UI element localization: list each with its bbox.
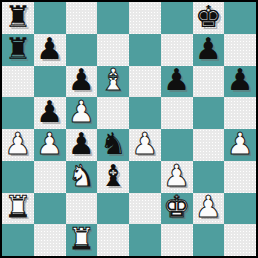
square-f4[interactable]	[161, 129, 193, 161]
piece-black-pawn: ♟	[68, 129, 95, 159]
piece-black-pawn: ♟	[195, 34, 222, 64]
square-h3[interactable]	[224, 161, 256, 193]
piece-black-rook: ♜	[4, 34, 31, 64]
piece-white-pawn: ♟	[68, 97, 95, 127]
square-g8[interactable]: ♚	[193, 2, 225, 34]
square-f7[interactable]	[161, 34, 193, 66]
square-e6[interactable]	[129, 66, 161, 98]
square-h7[interactable]	[224, 34, 256, 66]
square-c2[interactable]	[66, 193, 98, 225]
square-g3[interactable]	[193, 161, 225, 193]
square-e7[interactable]	[129, 34, 161, 66]
square-d1[interactable]	[97, 224, 129, 256]
square-b6[interactable]	[34, 66, 66, 98]
square-c8[interactable]	[66, 2, 98, 34]
piece-white-knight: ♞	[68, 161, 95, 191]
square-h1[interactable]	[224, 224, 256, 256]
piece-white-pawn: ♟	[4, 129, 31, 159]
square-f1[interactable]	[161, 224, 193, 256]
square-b4[interactable]: ♟	[34, 129, 66, 161]
square-g7[interactable]: ♟	[193, 34, 225, 66]
square-b2[interactable]	[34, 193, 66, 225]
square-g1[interactable]	[193, 224, 225, 256]
chess-board: ♜♚♜♟♟♟♝♟♟♟♟♟♟♟♞♟♟♞♝♟♜♚♟♜	[0, 0, 258, 258]
square-d8[interactable]	[97, 2, 129, 34]
piece-black-pawn: ♟	[68, 65, 95, 95]
piece-white-pawn: ♟	[227, 129, 254, 159]
square-a1[interactable]	[2, 224, 34, 256]
square-c1[interactable]: ♜	[66, 224, 98, 256]
square-h8[interactable]	[224, 2, 256, 34]
square-g4[interactable]	[193, 129, 225, 161]
square-h2[interactable]	[224, 193, 256, 225]
piece-black-rook: ♜	[4, 2, 31, 32]
square-b8[interactable]	[34, 2, 66, 34]
square-c4[interactable]: ♟	[66, 129, 98, 161]
square-f2[interactable]: ♚	[161, 193, 193, 225]
piece-black-king: ♚	[195, 2, 222, 32]
square-f3[interactable]: ♟	[161, 161, 193, 193]
piece-black-pawn: ♟	[163, 65, 190, 95]
square-c5[interactable]: ♟	[66, 97, 98, 129]
square-d5[interactable]	[97, 97, 129, 129]
piece-white-pawn: ♟	[131, 129, 158, 159]
piece-black-pawn: ♟	[36, 34, 63, 64]
piece-white-pawn: ♟	[163, 161, 190, 191]
square-a4[interactable]: ♟	[2, 129, 34, 161]
square-a2[interactable]: ♜	[2, 193, 34, 225]
piece-white-rook: ♜	[4, 192, 31, 222]
square-c6[interactable]: ♟	[66, 66, 98, 98]
square-e2[interactable]	[129, 193, 161, 225]
piece-white-bishop: ♝	[100, 65, 127, 95]
square-g6[interactable]	[193, 66, 225, 98]
square-h6[interactable]: ♟	[224, 66, 256, 98]
square-e4[interactable]: ♟	[129, 129, 161, 161]
piece-black-pawn: ♟	[227, 65, 254, 95]
square-d6[interactable]: ♝	[97, 66, 129, 98]
square-e8[interactable]	[129, 2, 161, 34]
square-h4[interactable]: ♟	[224, 129, 256, 161]
piece-white-rook: ♜	[68, 224, 95, 254]
square-f6[interactable]: ♟	[161, 66, 193, 98]
square-c7[interactable]	[66, 34, 98, 66]
square-d3[interactable]: ♝	[97, 161, 129, 193]
square-a6[interactable]	[2, 66, 34, 98]
square-d7[interactable]	[97, 34, 129, 66]
square-c3[interactable]: ♞	[66, 161, 98, 193]
square-a5[interactable]	[2, 97, 34, 129]
square-d4[interactable]: ♞	[97, 129, 129, 161]
square-h5[interactable]	[224, 97, 256, 129]
square-g5[interactable]	[193, 97, 225, 129]
square-a8[interactable]: ♜	[2, 2, 34, 34]
square-d2[interactable]	[97, 193, 129, 225]
square-e3[interactable]	[129, 161, 161, 193]
piece-white-pawn: ♟	[195, 192, 222, 222]
square-b7[interactable]: ♟	[34, 34, 66, 66]
square-f5[interactable]	[161, 97, 193, 129]
square-b3[interactable]	[34, 161, 66, 193]
square-f8[interactable]	[161, 2, 193, 34]
piece-black-knight: ♞	[100, 129, 127, 159]
square-e1[interactable]	[129, 224, 161, 256]
square-e5[interactable]	[129, 97, 161, 129]
piece-black-pawn: ♟	[36, 97, 63, 127]
square-g2[interactable]: ♟	[193, 193, 225, 225]
square-b5[interactable]: ♟	[34, 97, 66, 129]
piece-white-pawn: ♟	[36, 129, 63, 159]
piece-black-bishop: ♝	[100, 161, 127, 191]
square-a3[interactable]	[2, 161, 34, 193]
square-a7[interactable]: ♜	[2, 34, 34, 66]
piece-white-king: ♚	[163, 192, 190, 222]
square-b1[interactable]	[34, 224, 66, 256]
